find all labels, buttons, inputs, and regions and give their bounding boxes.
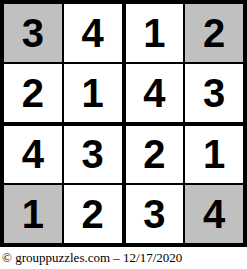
sudoku-cell-r3c2: 3	[64, 126, 122, 184]
sudoku-cell-r4c1: 1	[4, 185, 62, 243]
sudoku-cell-r1c3: 1	[126, 4, 184, 62]
sudoku-cell-r4c2: 2	[64, 185, 122, 243]
sudoku-cell-r4c3: 3	[126, 185, 184, 243]
sudoku-cell-r2c4: 3	[185, 64, 243, 122]
sudoku-cell-r3c1: 4	[4, 126, 62, 184]
sudoku-cell-r3c3: 2	[126, 126, 184, 184]
sudoku-board: 3412214343211234	[0, 0, 247, 247]
sudoku-cell-r2c2: 1	[64, 64, 122, 122]
puzzle-page: 3412214343211234 © grouppuzzles.com – 12…	[0, 0, 247, 269]
sudoku-cell-r2c1: 2	[4, 64, 62, 122]
sudoku-cell-r1c4: 2	[185, 4, 243, 62]
sudoku-cell-r4c4: 4	[185, 185, 243, 243]
sudoku-cell-r2c3: 4	[126, 64, 184, 122]
copyright-text: © grouppuzzles.com – 12/17/2020	[2, 250, 182, 266]
copyright-footer: © grouppuzzles.com – 12/17/2020	[0, 247, 247, 269]
sudoku-cell-r1c1: 3	[4, 4, 62, 62]
sudoku-cell-r1c2: 4	[64, 4, 122, 62]
sudoku-cell-r3c4: 1	[185, 126, 243, 184]
